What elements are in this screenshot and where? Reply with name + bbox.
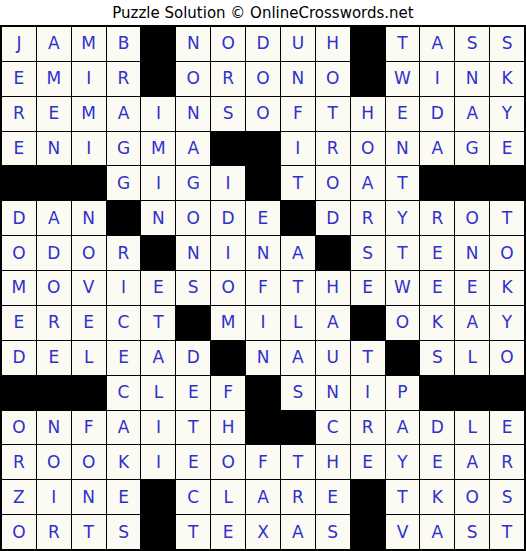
grid-cell: E <box>490 132 524 166</box>
grid-cell: G <box>107 132 141 166</box>
grid-cell: O <box>2 411 36 445</box>
grid-cell: E <box>176 376 210 410</box>
black-cell <box>176 306 210 340</box>
grid-cell: T <box>490 201 524 235</box>
grid-cell: I <box>72 62 106 96</box>
grid-cell: O <box>2 236 36 270</box>
grid-cell: M <box>211 306 245 340</box>
grid-cell: I <box>281 132 315 166</box>
grid-cell: K <box>420 480 454 514</box>
grid-cell: S <box>281 376 315 410</box>
grid-cell: E <box>351 271 385 305</box>
grid-cell: T <box>386 27 420 61</box>
black-cell <box>281 201 315 235</box>
black-cell <box>2 166 36 200</box>
grid-cell: R <box>351 411 385 445</box>
grid-cell: I <box>141 445 175 479</box>
grid-cell: S <box>420 341 454 375</box>
grid-cell: E <box>316 480 350 514</box>
grid-cell: T <box>176 411 210 445</box>
grid-cell: Y <box>386 445 420 479</box>
grid-cell: T <box>72 515 106 549</box>
grid-cell: A <box>420 27 454 61</box>
black-cell <box>490 376 524 410</box>
black-cell <box>2 376 36 410</box>
grid-cell: R <box>351 201 385 235</box>
grid-cell: O <box>246 62 280 96</box>
grid-cell: O <box>490 341 524 375</box>
grid-cell: O <box>211 445 245 479</box>
grid-cell: A <box>455 97 489 131</box>
grid-cell: R <box>107 62 141 96</box>
grid-cell: L <box>281 306 315 340</box>
grid-cell: L <box>455 341 489 375</box>
grid-cell: T <box>281 445 315 479</box>
grid-cell: D <box>211 201 245 235</box>
crossword-grid: JAMBNODUHTASSEMIRORONOWINKREMAINSOFTHEDA… <box>0 25 526 551</box>
black-cell <box>141 480 175 514</box>
grid-cell: O <box>490 236 524 270</box>
grid-cell: R <box>316 132 350 166</box>
grid-cell: O <box>37 271 71 305</box>
grid-cell: G <box>107 166 141 200</box>
black-cell <box>107 201 141 235</box>
black-cell <box>420 376 454 410</box>
grid-cell: E <box>2 62 36 96</box>
grid-cell: O <box>246 97 280 131</box>
grid-cell: L <box>211 480 245 514</box>
grid-cell: R <box>37 515 71 549</box>
grid-cell: E <box>107 341 141 375</box>
page-title: Puzzle Solution © OnlineCrosswords.net <box>0 0 526 25</box>
grid-cell: A <box>37 27 71 61</box>
black-cell <box>281 411 315 445</box>
black-cell <box>37 166 71 200</box>
grid-cell: R <box>2 97 36 131</box>
grid-cell: D <box>316 201 350 235</box>
grid-cell: S <box>107 515 141 549</box>
grid-cell: O <box>37 445 71 479</box>
black-cell <box>386 341 420 375</box>
grid-cell: A <box>420 515 454 549</box>
grid-cell: G <box>455 132 489 166</box>
grid-cell: A <box>281 341 315 375</box>
grid-cell: L <box>455 411 489 445</box>
grid-cell: I <box>420 62 454 96</box>
grid-cell: A <box>455 306 489 340</box>
grid-cell: Y <box>490 97 524 131</box>
grid-cell: E <box>211 515 245 549</box>
grid-cell: D <box>2 201 36 235</box>
grid-cell: E <box>420 236 454 270</box>
grid-cell: N <box>176 27 210 61</box>
grid-cell: K <box>420 306 454 340</box>
grid-cell: O <box>72 236 106 270</box>
grid-cell: O <box>455 480 489 514</box>
grid-cell: N <box>386 132 420 166</box>
grid-cell: F <box>281 97 315 131</box>
grid-cell: H <box>211 411 245 445</box>
grid-cell: U <box>316 341 350 375</box>
grid-cell: Y <box>386 201 420 235</box>
grid-cell: N <box>176 236 210 270</box>
grid-cell: I <box>141 97 175 131</box>
black-cell <box>141 515 175 549</box>
grid-cell: I <box>141 411 175 445</box>
grid-cell: P <box>386 376 420 410</box>
black-cell <box>211 132 245 166</box>
black-cell <box>37 376 71 410</box>
grid-cell: K <box>107 445 141 479</box>
grid-cell: A <box>455 445 489 479</box>
black-cell <box>72 376 106 410</box>
grid-cell: I <box>37 480 71 514</box>
black-cell <box>351 306 385 340</box>
grid-cell: N <box>246 341 280 375</box>
grid-cell: T <box>386 480 420 514</box>
grid-cell: F <box>246 445 280 479</box>
grid-cell: S <box>351 236 385 270</box>
grid-cell: E <box>72 306 106 340</box>
grid-cell: C <box>107 306 141 340</box>
grid-cell: D <box>176 341 210 375</box>
grid-cell: R <box>281 480 315 514</box>
grid-cell: R <box>211 62 245 96</box>
grid-cell: M <box>72 97 106 131</box>
grid-cell: S <box>455 515 489 549</box>
grid-cell: E <box>37 341 71 375</box>
grid-cell: R <box>37 306 71 340</box>
grid-cell: F <box>211 376 245 410</box>
grid-cell: O <box>176 62 210 96</box>
grid-cell: I <box>141 166 175 200</box>
grid-cell: A <box>420 132 454 166</box>
black-cell <box>246 376 280 410</box>
black-cell <box>351 515 385 549</box>
grid-cell: A <box>351 166 385 200</box>
grid-cell: T <box>281 271 315 305</box>
black-cell <box>246 166 280 200</box>
grid-cell: N <box>37 132 71 166</box>
grid-cell: O <box>2 515 36 549</box>
grid-cell: K <box>490 62 524 96</box>
grid-cell: J <box>2 27 36 61</box>
grid-cell: E <box>107 480 141 514</box>
grid-cell: C <box>316 411 350 445</box>
grid-cell: R <box>107 236 141 270</box>
black-cell <box>246 132 280 166</box>
grid-cell: M <box>141 132 175 166</box>
grid-cell: E <box>420 271 454 305</box>
grid-cell: A <box>386 411 420 445</box>
grid-cell: H <box>316 271 350 305</box>
grid-cell: K <box>490 271 524 305</box>
grid-cell: E <box>351 445 385 479</box>
grid-cell: E <box>386 97 420 131</box>
grid-cell: A <box>281 515 315 549</box>
grid-cell: N <box>455 62 489 96</box>
grid-cell: H <box>316 445 350 479</box>
grid-cell: U <box>281 27 315 61</box>
grid-cell: N <box>246 236 280 270</box>
grid-cell: I <box>246 306 280 340</box>
grid-cell: M <box>72 27 106 61</box>
grid-cell: O <box>316 62 350 96</box>
grid-cell: V <box>386 515 420 549</box>
grid-cell: N <box>72 480 106 514</box>
grid-cell: E <box>176 445 210 479</box>
grid-cell: A <box>107 411 141 445</box>
grid-cell: I <box>211 236 245 270</box>
grid-cell: Z <box>2 480 36 514</box>
black-cell <box>420 166 454 200</box>
grid-cell: Y <box>490 306 524 340</box>
black-cell <box>246 411 280 445</box>
grid-cell: E <box>455 271 489 305</box>
grid-cell: T <box>176 515 210 549</box>
grid-cell: A <box>316 306 350 340</box>
grid-cell: O <box>351 132 385 166</box>
grid-cell: T <box>316 97 350 131</box>
black-cell <box>351 27 385 61</box>
grid-cell: S <box>490 480 524 514</box>
grid-cell: X <box>246 515 280 549</box>
grid-cell: A <box>107 97 141 131</box>
grid-cell: N <box>72 201 106 235</box>
black-cell <box>455 376 489 410</box>
grid-cell: G <box>176 166 210 200</box>
grid-cell: N <box>281 62 315 96</box>
black-cell <box>455 166 489 200</box>
grid-cell: O <box>316 166 350 200</box>
black-cell <box>141 62 175 96</box>
black-cell <box>351 62 385 96</box>
grid-cell: W <box>386 62 420 96</box>
grid-cell: C <box>176 480 210 514</box>
black-cell <box>490 166 524 200</box>
grid-cell: C <box>107 376 141 410</box>
grid-cell: T <box>281 166 315 200</box>
grid-cell: H <box>316 27 350 61</box>
grid-cell: T <box>351 341 385 375</box>
grid-cell: T <box>490 515 524 549</box>
grid-cell: A <box>37 201 71 235</box>
grid-cell: E <box>2 306 36 340</box>
grid-cell: O <box>176 201 210 235</box>
grid-cell: E <box>37 97 71 131</box>
grid-cell: I <box>107 271 141 305</box>
grid-cell: E <box>490 411 524 445</box>
grid-cell: N <box>455 236 489 270</box>
grid-cell: O <box>72 445 106 479</box>
grid-cell: A <box>176 132 210 166</box>
grid-cell: T <box>141 306 175 340</box>
grid-cell: A <box>141 341 175 375</box>
grid-cell: E <box>141 271 175 305</box>
grid-cell: O <box>211 27 245 61</box>
black-cell <box>316 236 350 270</box>
grid-cell: B <box>107 27 141 61</box>
black-cell <box>351 480 385 514</box>
grid-cell: D <box>246 27 280 61</box>
black-cell <box>72 166 106 200</box>
grid-cell: H <box>351 97 385 131</box>
grid-cell: S <box>176 271 210 305</box>
grid-cell: S <box>455 27 489 61</box>
grid-cell: A <box>281 236 315 270</box>
black-cell <box>141 27 175 61</box>
grid-cell: D <box>37 236 71 270</box>
grid-cell: F <box>72 411 106 445</box>
black-cell <box>141 236 175 270</box>
black-cell <box>211 341 245 375</box>
grid-cell: N <box>37 411 71 445</box>
grid-cell: L <box>72 341 106 375</box>
grid-cell: R <box>420 201 454 235</box>
grid-cell: A <box>246 480 280 514</box>
grid-cell: I <box>211 166 245 200</box>
grid-cell: D <box>420 411 454 445</box>
grid-cell: O <box>211 271 245 305</box>
grid-cell: T <box>386 166 420 200</box>
grid-cell: O <box>386 306 420 340</box>
grid-cell: F <box>246 271 280 305</box>
grid-cell: N <box>316 376 350 410</box>
grid-cell: R <box>490 445 524 479</box>
grid-cell: I <box>72 132 106 166</box>
grid-cell: W <box>386 271 420 305</box>
grid-cell: O <box>455 201 489 235</box>
grid-cell: L <box>141 376 175 410</box>
grid-cell: V <box>72 271 106 305</box>
grid-cell: S <box>490 27 524 61</box>
grid-cell: T <box>386 236 420 270</box>
grid-cell: M <box>2 271 36 305</box>
grid-cell: D <box>2 341 36 375</box>
grid-cell: N <box>141 201 175 235</box>
grid-cell: N <box>176 97 210 131</box>
grid-cell: S <box>211 97 245 131</box>
grid-cell: E <box>246 201 280 235</box>
grid-cell: R <box>2 445 36 479</box>
grid-cell: E <box>2 132 36 166</box>
grid-cell: D <box>420 97 454 131</box>
grid-cell: E <box>420 445 454 479</box>
grid-cell: I <box>351 376 385 410</box>
grid-cell: S <box>316 515 350 549</box>
grid-cell: M <box>37 62 71 96</box>
